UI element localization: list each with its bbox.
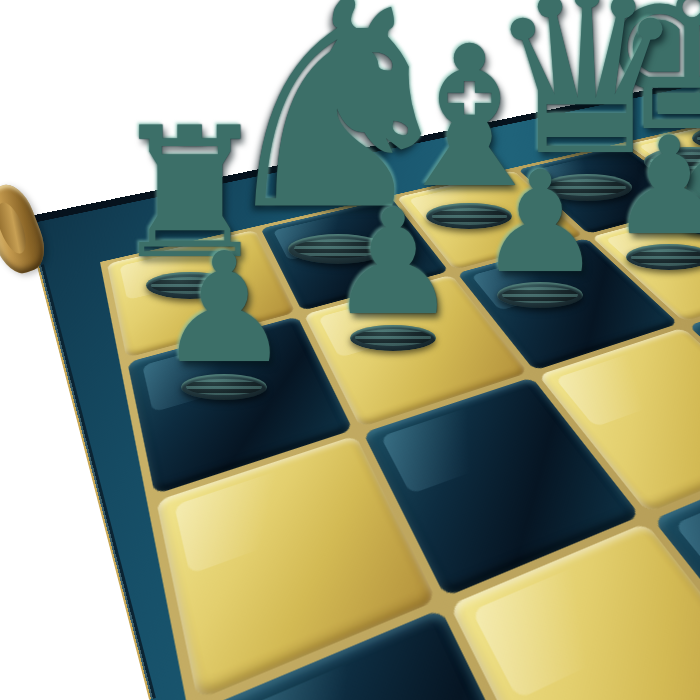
piece-black-pawn-b7[interactable]: ♟ xyxy=(328,193,459,332)
pawn-glyph: ♟ xyxy=(477,156,603,289)
pawn-glyph: ♟ xyxy=(328,193,459,332)
pawn-glyph: ♟ xyxy=(156,237,292,381)
piece-black-pawn-c7[interactable]: ♟ xyxy=(477,156,603,289)
chess-set-photo: ♜♞♝♛♚♝♟♟♟♟♟ xyxy=(0,0,700,700)
piece-black-pawn-d7[interactable]: ♟ xyxy=(609,123,700,251)
piece-black-pawn-a7[interactable]: ♟ xyxy=(156,237,292,381)
pawn-glyph: ♟ xyxy=(609,123,700,251)
